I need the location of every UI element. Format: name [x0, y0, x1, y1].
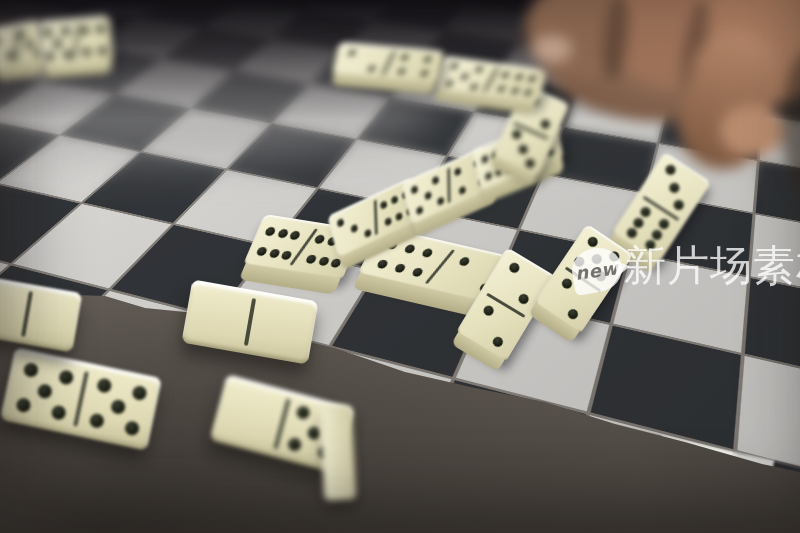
domino-pip [491, 335, 505, 349]
watermark: new 新片场素材 [558, 238, 800, 296]
domino-pip [46, 51, 55, 60]
domino-pip [276, 228, 289, 238]
domino-pip [482, 304, 496, 318]
domino-divider [447, 168, 450, 204]
domino-pip [403, 244, 416, 254]
domino-pip [368, 65, 375, 71]
domino-pip [306, 425, 322, 441]
domino-pip [80, 26, 89, 35]
domino-pip [376, 259, 389, 269]
domino-pip [516, 292, 530, 306]
domino-pip [424, 56, 431, 62]
domino-pip [436, 196, 444, 206]
domino-pip [566, 307, 580, 321]
domino-pip [95, 377, 112, 394]
domino-pip [6, 52, 14, 60]
domino-pip [88, 412, 105, 429]
standing-domino-edge-view[interactable] [320, 405, 357, 501]
domino-pip [401, 54, 408, 60]
domino-pip [423, 191, 431, 201]
watermark-logo: new [569, 244, 626, 296]
domino-pip [255, 247, 268, 257]
domino-pip [82, 47, 91, 56]
domino-pip [286, 436, 302, 452]
domino-pip [450, 63, 458, 70]
domino-pip [305, 255, 318, 265]
domino-pip [61, 27, 70, 36]
domino-pip [57, 369, 74, 386]
fingertip-highlight [532, 35, 572, 63]
domino-pip [454, 166, 462, 176]
domino-pip [15, 397, 32, 414]
domino-divider [73, 371, 89, 427]
watermark-text: 新片场素材 [624, 240, 800, 292]
domino-pip [657, 217, 671, 231]
watermark-logo-text: new [574, 257, 620, 284]
domino-pip [411, 267, 424, 277]
domino-pip [25, 40, 33, 48]
domino-divider [244, 298, 256, 347]
domino-pip [295, 405, 311, 421]
domino-pip [313, 234, 326, 244]
domino-pip [96, 25, 105, 34]
domino-pip [123, 420, 140, 437]
domino-pip [63, 50, 72, 59]
domino-pip [390, 195, 398, 205]
domino-pip [350, 223, 358, 233]
domino-pip [411, 185, 419, 195]
domino-pip [508, 261, 522, 275]
domino-pip [317, 257, 330, 267]
photo-scene: new 新片场素材 [0, 0, 800, 533]
domino-tile-5-4[interactable] [38, 15, 115, 79]
domino-pip [638, 205, 652, 219]
domino-divider [71, 24, 80, 60]
domino-pip [420, 248, 433, 258]
domino-pip [336, 218, 344, 228]
domino-pip [395, 212, 403, 222]
domino-pip [348, 50, 355, 56]
domino-pip [17, 30, 25, 38]
domino-pip [98, 46, 107, 55]
domino-pip [416, 205, 424, 215]
domino-pip [50, 404, 67, 421]
domino-pip [44, 29, 53, 38]
domino-pip [421, 71, 428, 77]
domino-pip [280, 251, 293, 261]
domino-pip [22, 362, 39, 379]
domino-pip [109, 398, 126, 415]
domino-pip [460, 73, 468, 80]
domino-pip [380, 200, 388, 210]
domino-divider [381, 51, 396, 76]
domino-divider [373, 200, 377, 236]
domino-tile-2-4[interactable] [329, 42, 445, 95]
hand [470, 0, 800, 200]
domino-pip [398, 69, 405, 75]
domino-pip [364, 228, 372, 238]
domino-pip [264, 226, 277, 236]
domino-pip [131, 385, 148, 402]
domino-pip [458, 256, 471, 266]
domino-divider [21, 291, 33, 337]
domino-pip [53, 39, 62, 48]
domino-pip [445, 80, 453, 87]
domino-pip [393, 263, 406, 273]
domino-pip [672, 199, 686, 213]
fingertip [720, 105, 784, 157]
domino-pip [268, 249, 281, 259]
domino-pip [431, 176, 439, 186]
domino-pip [289, 230, 302, 240]
domino-pip [36, 383, 53, 400]
domino-pip [459, 186, 467, 196]
domino-pip [384, 217, 392, 227]
